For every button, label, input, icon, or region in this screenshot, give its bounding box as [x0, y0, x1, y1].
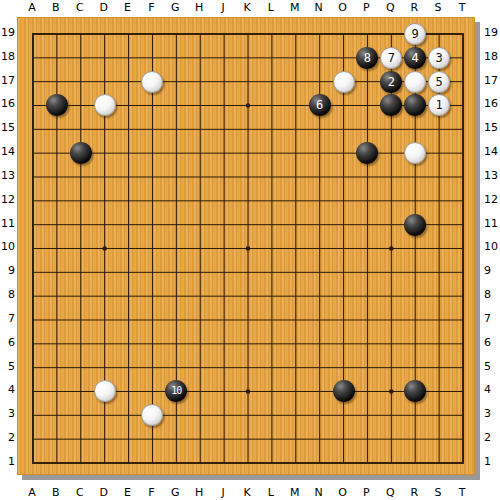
col-label-bottom-L: L [268, 487, 274, 499]
row-label-left-4: 4 [0, 384, 15, 396]
move-number-8: 8 [364, 52, 371, 64]
col-label-top-B: B [52, 2, 60, 14]
row-label-right-13: 13 [484, 170, 500, 182]
col-label-bottom-A: A [28, 487, 36, 499]
row-label-left-7: 7 [0, 313, 15, 325]
col-label-top-T: T [459, 2, 466, 14]
row-label-left-18: 18 [0, 51, 15, 63]
row-label-left-11: 11 [0, 218, 15, 230]
move-number-6: 6 [316, 99, 323, 111]
row-label-right-4: 4 [484, 384, 500, 396]
move-number-9: 9 [412, 28, 419, 40]
row-label-left-19: 19 [0, 27, 15, 39]
row-label-right-9: 9 [484, 265, 500, 277]
move-number-1: 1 [435, 99, 442, 111]
col-label-bottom-F: F [148, 487, 154, 499]
star-point-Q10 [389, 246, 394, 251]
go-board[interactable]: 68421097351 [17, 17, 475, 475]
col-label-bottom-J: J [221, 487, 224, 499]
move-number-2: 2 [388, 76, 395, 88]
move-number-10: 10 [171, 386, 181, 396]
col-label-top-F: F [148, 2, 154, 14]
star-point-K4 [246, 389, 251, 394]
col-label-bottom-N: N [315, 487, 323, 499]
col-label-bottom-B: B [52, 487, 60, 499]
col-label-top-G: G [171, 2, 180, 14]
col-label-top-E: E [124, 2, 131, 14]
row-label-left-13: 13 [0, 170, 15, 182]
star-point-K10 [246, 246, 251, 251]
col-label-bottom-E: E [124, 487, 131, 499]
stone-white-S17: 5 [428, 71, 450, 93]
row-label-left-12: 12 [0, 194, 15, 206]
stone-black-C14 [70, 142, 92, 164]
col-label-bottom-T: T [459, 487, 466, 499]
col-label-bottom-G: G [171, 487, 180, 499]
row-label-right-2: 2 [484, 432, 500, 444]
col-label-top-L: L [268, 2, 274, 14]
go-diagram: 68421097351 AABBCCDDEEFFGGHHJJKKLLMMNNOO… [0, 0, 500, 500]
row-label-right-7: 7 [484, 313, 500, 325]
star-point-D10 [102, 246, 107, 251]
row-label-left-15: 15 [0, 122, 15, 134]
row-label-right-14: 14 [484, 146, 500, 158]
col-label-top-Q: Q [386, 2, 395, 14]
col-label-bottom-S: S [435, 487, 442, 499]
stone-black-Q17: 2 [380, 71, 402, 93]
row-label-left-1: 1 [0, 456, 15, 468]
col-label-top-S: S [435, 2, 442, 14]
col-label-top-N: N [315, 2, 323, 14]
row-label-right-10: 10 [484, 241, 500, 253]
stone-white-D4 [94, 380, 116, 402]
row-label-right-15: 15 [484, 122, 500, 134]
row-label-left-2: 2 [0, 432, 15, 444]
col-label-top-R: R [410, 2, 418, 14]
col-label-bottom-M: M [290, 487, 300, 499]
row-label-right-6: 6 [484, 337, 500, 349]
star-point-K16 [246, 103, 251, 108]
row-label-right-17: 17 [484, 75, 500, 87]
row-label-right-3: 3 [484, 408, 500, 420]
row-label-right-18: 18 [484, 51, 500, 63]
stone-white-R17 [404, 71, 426, 93]
row-label-left-17: 17 [0, 75, 15, 87]
stone-black-R18: 4 [404, 47, 426, 69]
row-label-left-10: 10 [0, 241, 15, 253]
col-label-top-D: D [99, 2, 107, 14]
stone-white-F17 [141, 71, 163, 93]
move-number-3: 3 [435, 52, 442, 64]
row-label-left-14: 14 [0, 146, 15, 158]
stone-white-D16 [94, 94, 116, 116]
col-label-top-M: M [290, 2, 300, 14]
stone-white-S18: 3 [428, 47, 450, 69]
stone-black-R11 [404, 214, 426, 236]
col-label-top-A: A [28, 2, 36, 14]
col-label-bottom-P: P [363, 487, 370, 499]
col-label-bottom-C: C [76, 487, 84, 499]
row-label-left-6: 6 [0, 337, 15, 349]
row-label-left-5: 5 [0, 361, 15, 373]
col-label-top-H: H [195, 2, 203, 14]
row-label-right-19: 19 [484, 27, 500, 39]
row-label-left-8: 8 [0, 289, 15, 301]
col-label-bottom-Q: Q [386, 487, 395, 499]
move-number-7: 7 [388, 52, 395, 64]
row-label-right-5: 5 [484, 361, 500, 373]
row-label-left-3: 3 [0, 408, 15, 420]
stone-white-O17 [333, 71, 355, 93]
col-label-top-J: J [221, 2, 224, 14]
col-label-top-P: P [363, 2, 370, 14]
row-label-left-9: 9 [0, 265, 15, 277]
row-label-left-16: 16 [0, 98, 15, 110]
move-number-5: 5 [435, 76, 442, 88]
col-label-bottom-H: H [195, 487, 203, 499]
row-label-right-1: 1 [484, 456, 500, 468]
col-label-bottom-D: D [99, 487, 107, 499]
col-label-top-C: C [76, 2, 84, 14]
row-label-right-12: 12 [484, 194, 500, 206]
col-label-top-O: O [338, 2, 347, 14]
star-point-Q4 [389, 389, 394, 394]
stone-black-N16: 6 [309, 94, 331, 116]
row-label-right-16: 16 [484, 98, 500, 110]
col-label-bottom-R: R [410, 487, 418, 499]
stone-white-Q18: 7 [380, 47, 402, 69]
col-label-top-K: K [243, 2, 250, 14]
row-label-right-11: 11 [484, 218, 500, 230]
col-label-bottom-O: O [338, 487, 347, 499]
col-label-bottom-K: K [243, 487, 250, 499]
row-label-right-8: 8 [484, 289, 500, 301]
stone-black-O4 [333, 380, 355, 402]
move-number-4: 4 [412, 52, 419, 64]
